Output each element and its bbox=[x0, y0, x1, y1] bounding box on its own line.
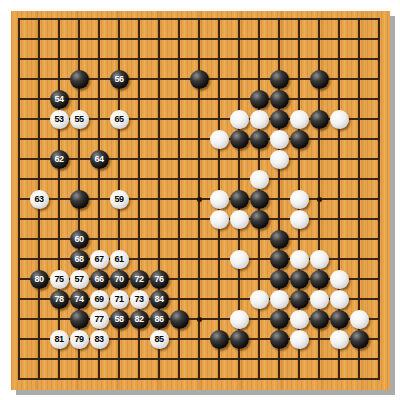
stone-move-number: 71 bbox=[114, 295, 123, 304]
stone-move-number: 62 bbox=[54, 155, 63, 164]
stone-black[interactable] bbox=[330, 310, 349, 329]
stone-move-number: 61 bbox=[114, 255, 123, 264]
stone-white-59[interactable]: 59 bbox=[110, 190, 129, 209]
stone-move-number: 60 bbox=[74, 235, 83, 244]
stone-white[interactable] bbox=[290, 190, 309, 209]
stone-white[interactable] bbox=[330, 110, 349, 129]
stone-black-60[interactable]: 60 bbox=[70, 230, 89, 249]
stone-black[interactable] bbox=[250, 210, 269, 229]
stone-white-79[interactable]: 79 bbox=[70, 330, 89, 349]
stone-white-57[interactable]: 57 bbox=[70, 270, 89, 289]
stone-white-63[interactable]: 63 bbox=[30, 190, 49, 209]
stone-white[interactable] bbox=[330, 290, 349, 309]
stone-move-number: 58 bbox=[114, 315, 123, 324]
stone-white[interactable] bbox=[230, 210, 249, 229]
stone-white[interactable] bbox=[290, 110, 309, 129]
go-board[interactable]: 5654535565626463596068676180755766707276… bbox=[11, 11, 390, 390]
stone-white-53[interactable]: 53 bbox=[50, 110, 69, 129]
stone-move-number: 79 bbox=[74, 335, 83, 344]
stone-black[interactable] bbox=[230, 190, 249, 209]
stone-black[interactable] bbox=[270, 110, 289, 129]
stone-black[interactable] bbox=[290, 130, 309, 149]
stone-move-number: 64 bbox=[94, 155, 103, 164]
stone-black[interactable] bbox=[270, 270, 289, 289]
stone-white[interactable] bbox=[210, 190, 229, 209]
stone-black[interactable] bbox=[250, 130, 269, 149]
stone-white-61[interactable]: 61 bbox=[110, 250, 129, 269]
stone-black-56[interactable]: 56 bbox=[110, 70, 129, 89]
stone-black-80[interactable]: 80 bbox=[30, 270, 49, 289]
stone-white[interactable] bbox=[250, 290, 269, 309]
stone-black-82[interactable]: 82 bbox=[130, 310, 149, 329]
stone-black[interactable] bbox=[310, 110, 329, 129]
stone-white[interactable] bbox=[310, 250, 329, 269]
stone-move-number: 63 bbox=[34, 195, 43, 204]
stone-black[interactable] bbox=[270, 250, 289, 269]
stone-move-number: 67 bbox=[94, 255, 103, 264]
stone-black-84[interactable]: 84 bbox=[150, 290, 169, 309]
stone-white[interactable] bbox=[330, 270, 349, 289]
stone-move-number: 70 bbox=[114, 275, 123, 284]
stone-white[interactable] bbox=[290, 310, 309, 329]
stone-black[interactable] bbox=[210, 330, 229, 349]
star-point bbox=[197, 197, 202, 202]
go-diagram-page: 5654535565626463596068676180755766707276… bbox=[0, 0, 400, 400]
stone-move-number: 81 bbox=[54, 335, 63, 344]
star-point bbox=[317, 197, 322, 202]
stone-black-62[interactable]: 62 bbox=[50, 150, 69, 169]
stone-move-number: 80 bbox=[34, 275, 43, 284]
stone-move-number: 75 bbox=[54, 275, 63, 284]
stone-black-64[interactable]: 64 bbox=[90, 150, 109, 169]
stone-move-number: 84 bbox=[154, 295, 163, 304]
stone-white[interactable] bbox=[350, 310, 369, 329]
stone-move-number: 78 bbox=[54, 295, 63, 304]
stone-black[interactable] bbox=[190, 70, 209, 89]
stone-white[interactable] bbox=[230, 250, 249, 269]
stone-white[interactable] bbox=[250, 170, 269, 189]
stone-black[interactable] bbox=[230, 330, 249, 349]
stone-black-72[interactable]: 72 bbox=[130, 270, 149, 289]
stone-move-number: 73 bbox=[134, 295, 143, 304]
stone-white-55[interactable]: 55 bbox=[70, 110, 89, 129]
stone-white-75[interactable]: 75 bbox=[50, 270, 69, 289]
stone-move-number: 77 bbox=[94, 315, 103, 324]
stone-black[interactable] bbox=[270, 70, 289, 89]
stone-move-number: 83 bbox=[94, 335, 103, 344]
stone-move-number: 56 bbox=[114, 75, 123, 84]
stone-move-number: 68 bbox=[74, 255, 83, 264]
stone-move-number: 74 bbox=[74, 295, 83, 304]
stone-white[interactable] bbox=[290, 330, 309, 349]
stone-black-74[interactable]: 74 bbox=[70, 290, 89, 309]
stone-move-number: 82 bbox=[134, 315, 143, 324]
stone-white-71[interactable]: 71 bbox=[110, 290, 129, 309]
stone-black-58[interactable]: 58 bbox=[110, 310, 129, 329]
stone-black-70[interactable]: 70 bbox=[110, 270, 129, 289]
stone-white[interactable] bbox=[270, 130, 289, 149]
stone-white-69[interactable]: 69 bbox=[90, 290, 109, 309]
stone-black-54[interactable]: 54 bbox=[50, 90, 69, 109]
stone-black-76[interactable]: 76 bbox=[150, 270, 169, 289]
stone-black-66[interactable]: 66 bbox=[90, 270, 109, 289]
stone-move-number: 65 bbox=[114, 115, 123, 124]
stone-white[interactable] bbox=[250, 110, 269, 129]
stone-move-number: 76 bbox=[154, 275, 163, 284]
stone-move-number: 55 bbox=[74, 115, 83, 124]
stone-black-68[interactable]: 68 bbox=[70, 250, 89, 269]
stone-white[interactable] bbox=[210, 130, 229, 149]
stone-black-86[interactable]: 86 bbox=[150, 310, 169, 329]
grid-line-horizontal bbox=[18, 378, 380, 380]
stone-white-65[interactable]: 65 bbox=[110, 110, 129, 129]
stone-white[interactable] bbox=[270, 150, 289, 169]
stone-white[interactable] bbox=[290, 250, 309, 269]
stone-white[interactable] bbox=[210, 210, 229, 229]
stone-move-number: 54 bbox=[54, 95, 63, 104]
stone-black[interactable] bbox=[70, 310, 89, 329]
stone-black[interactable] bbox=[270, 330, 289, 349]
stone-black[interactable] bbox=[310, 270, 329, 289]
grid-line-horizontal bbox=[18, 358, 380, 360]
stone-black[interactable] bbox=[270, 310, 289, 329]
star-point bbox=[197, 317, 202, 322]
stone-black[interactable] bbox=[230, 130, 249, 149]
stone-white[interactable] bbox=[310, 290, 329, 309]
grid-line-vertical bbox=[378, 18, 380, 380]
stone-black[interactable] bbox=[270, 230, 289, 249]
stone-white[interactable] bbox=[230, 110, 249, 129]
stone-black[interactable] bbox=[250, 90, 269, 109]
stone-white-83[interactable]: 83 bbox=[90, 330, 109, 349]
stone-black-78[interactable]: 78 bbox=[50, 290, 69, 309]
stone-white[interactable] bbox=[230, 310, 249, 329]
grid-line-horizontal bbox=[18, 218, 380, 220]
stone-black[interactable] bbox=[70, 70, 89, 89]
stone-move-number: 86 bbox=[154, 315, 163, 324]
stone-move-number: 57 bbox=[74, 275, 83, 284]
stone-move-number: 69 bbox=[94, 295, 103, 304]
stone-move-number: 59 bbox=[114, 195, 123, 204]
stone-white-73[interactable]: 73 bbox=[130, 290, 149, 309]
stone-white-85[interactable]: 85 bbox=[150, 330, 169, 349]
stone-white-67[interactable]: 67 bbox=[90, 250, 109, 269]
stone-black[interactable] bbox=[70, 190, 89, 209]
stone-white[interactable] bbox=[270, 290, 289, 309]
stone-move-number: 53 bbox=[54, 115, 63, 124]
stone-white[interactable] bbox=[290, 210, 309, 229]
stone-move-number: 85 bbox=[154, 335, 163, 344]
stone-black[interactable] bbox=[250, 190, 269, 209]
stone-move-number: 72 bbox=[134, 275, 143, 284]
stone-black[interactable] bbox=[350, 330, 369, 349]
stone-black[interactable] bbox=[290, 270, 309, 289]
stone-white-77[interactable]: 77 bbox=[90, 310, 109, 329]
stone-white[interactable] bbox=[330, 330, 349, 349]
stone-white-81[interactable]: 81 bbox=[50, 330, 69, 349]
stone-black[interactable] bbox=[310, 310, 329, 329]
stone-black[interactable] bbox=[270, 90, 289, 109]
stone-black[interactable] bbox=[170, 310, 189, 329]
stone-black[interactable] bbox=[310, 70, 329, 89]
stone-black[interactable] bbox=[290, 290, 309, 309]
stone-move-number: 66 bbox=[94, 275, 103, 284]
